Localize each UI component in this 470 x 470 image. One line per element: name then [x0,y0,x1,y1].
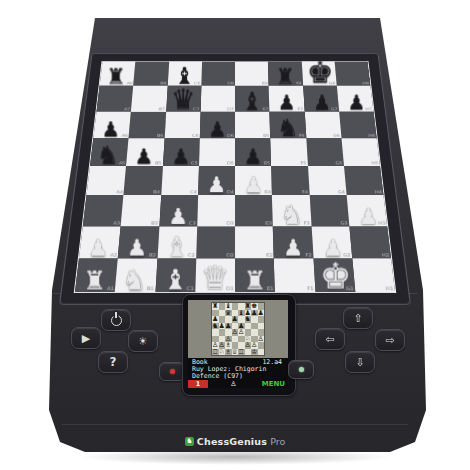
chess-computer: A8♜B8C8♝D8E8F8♜G8♚H8A7B7C7♛D7E7♝F7♟G7♟H7… [0,0,470,470]
lcd-piece: ♗ [225,348,231,356]
arrow-right-button[interactable]: ⇨ [375,329,405,351]
lcd-red-badge: 1 [188,380,208,388]
white-to-move-icon: ♙ [208,380,259,388]
power-icon [111,315,122,326]
lcd-piece: ♔ [251,348,257,356]
lcd-piece: ♖ [212,348,218,356]
help-button[interactable]: ? [98,351,128,373]
power-button[interactable] [101,309,131,331]
product-suffix: Pro [270,436,285,447]
lcd-status-bar: 1 ♙ MENU [188,379,288,388]
lcd-piece: ♘ [219,348,225,356]
play-button[interactable]: ▶ [71,327,101,349]
question-icon: ? [110,355,117,369]
play-icon: ▶ [82,332,90,345]
lcd-menu-softkey[interactable]: MENU [259,380,288,388]
lcd-bezel: ♜♝♜♚♛♝♟♟♟♟♟♞♞♟♟♟♙♙♙♘♙♙♙♗♙♙♖♘♗♕♖♔ Book 12… [182,294,296,396]
arrow-left-button[interactable]: ⇦ [315,328,345,350]
device-shadow [78,449,392,465]
branding: ♞ ChessGenius Pro [0,436,470,447]
millennium-logo-icon: ♞ [185,437,194,446]
product-name: ChessGenius [197,436,267,447]
brightness-button[interactable]: ☀ [128,330,158,352]
arrow-left-icon: ⇦ [325,333,334,346]
lcd-piece: ♖ [238,348,244,356]
front-edge [62,424,408,425]
lcd-piece: ♕ [232,348,238,356]
lcd-screen: ♜♝♜♚♛♝♟♟♟♟♟♞♞♟♟♟♙♙♙♘♙♙♙♗♙♙♖♘♗♕♖♔ Book 12… [188,300,288,388]
lcd-square [258,349,265,356]
lcd-board-diagram: ♜♝♜♚♛♝♟♟♟♟♟♞♞♟♟♟♙♙♙♘♙♙♙♗♙♙♖♘♗♕♖♔ [211,302,265,356]
brightness-icon: ☀ [138,335,148,348]
red-dot-icon [170,369,175,374]
arrow-down-button[interactable]: ⇩ [345,351,375,373]
arrow-up-button[interactable]: ⇧ [343,307,373,329]
arrow-right-icon: ⇨ [385,334,394,347]
arrow-down-icon: ⇩ [355,356,364,369]
arrow-up-icon: ⇧ [353,312,362,325]
green-dot-icon [299,367,304,372]
green-led-button[interactable] [288,360,314,379]
